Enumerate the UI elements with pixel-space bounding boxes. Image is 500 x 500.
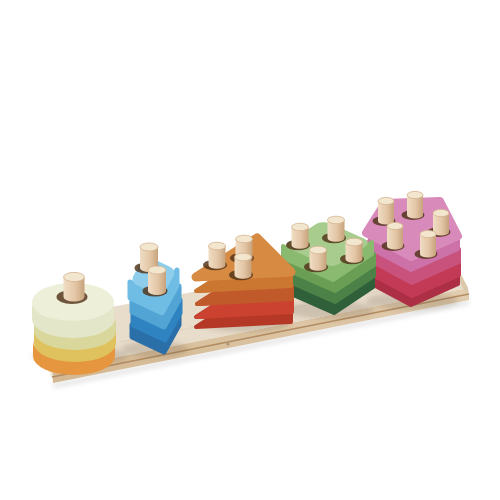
peg-top <box>433 209 449 216</box>
peg-top <box>328 216 345 224</box>
peg-top <box>407 191 423 198</box>
rectangle-stack <box>130 243 180 352</box>
triangle-stack <box>196 235 292 327</box>
peg-top <box>235 253 252 261</box>
product-photo-stage <box>0 0 500 500</box>
peg-top <box>387 222 403 229</box>
circle-stack <box>32 272 116 375</box>
shape-sorter-toy-illustration <box>0 0 500 500</box>
peg-top <box>148 266 166 274</box>
peg-top <box>346 238 363 246</box>
pentagon-stack <box>366 191 459 305</box>
peg-top <box>292 223 309 231</box>
peg-top <box>420 230 436 237</box>
peg-top <box>209 242 226 250</box>
peg-top <box>236 235 253 243</box>
peg-top <box>310 246 327 254</box>
peg-top <box>378 197 394 204</box>
peg-top <box>140 243 158 251</box>
board-knot <box>226 342 229 345</box>
peg-top <box>64 272 85 281</box>
